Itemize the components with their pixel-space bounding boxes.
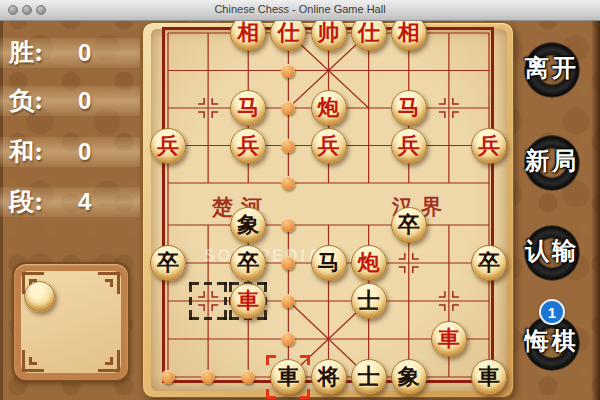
black-piece-马[interactable]: 马	[311, 245, 347, 281]
red-piece-兵[interactable]: 兵	[230, 128, 266, 164]
stat-row: 胜:0	[0, 38, 140, 68]
red-piece-車[interactable]: 車	[431, 321, 467, 357]
title-bar: Chinese Chess - Online Game Hall	[0, 0, 600, 21]
black-piece-卒[interactable]: 卒	[391, 207, 427, 243]
red-piece-马[interactable]: 马	[230, 90, 266, 126]
resign-button[interactable]: 认输	[507, 223, 597, 283]
button-label: 离开	[507, 52, 597, 84]
captured-piece	[24, 281, 55, 312]
button-label: 悔棋	[507, 325, 597, 357]
tray-ornament	[96, 348, 122, 374]
red-piece-兵[interactable]: 兵	[150, 128, 186, 164]
stat-row: 段:4	[0, 187, 140, 217]
button-label: 认输	[507, 235, 597, 267]
black-piece-士[interactable]: 士	[351, 283, 387, 319]
move-hint-dot[interactable]	[281, 64, 295, 78]
stat-value: 4	[78, 187, 91, 217]
last-move-marker	[189, 282, 227, 320]
red-piece-兵[interactable]: 兵	[471, 128, 507, 164]
stat-label: 段:	[9, 187, 43, 217]
app-window: Chinese Chess - Online Game Hall 胜:0负:0和…	[0, 0, 600, 400]
selected-square-marker	[266, 355, 310, 399]
stat-value: 0	[78, 86, 91, 116]
stat-row: 负:0	[0, 86, 140, 116]
stat-label: 负:	[9, 86, 43, 116]
window-title: Chinese Chess - Online Game Hall	[0, 3, 600, 15]
red-piece-炮[interactable]: 炮	[351, 245, 387, 281]
black-piece-象[interactable]: 象	[391, 359, 427, 395]
leave-button[interactable]: 离开	[507, 40, 597, 100]
stat-row: 和:0	[0, 137, 140, 167]
black-piece-車[interactable]: 車	[471, 359, 507, 395]
red-piece-車[interactable]: 車	[230, 283, 266, 319]
xiangqi-board[interactable]: 楚河汉界SOFTPEDIA相仕帅仕相马炮马兵兵兵兵兵炮車車象卒卒卒马卒士車将士象…	[142, 22, 514, 398]
tray-ornament	[96, 270, 122, 296]
black-piece-卒[interactable]: 卒	[471, 245, 507, 281]
stat-label: 和:	[9, 137, 43, 167]
stat-value: 0	[78, 137, 91, 167]
red-piece-马[interactable]: 马	[391, 90, 427, 126]
captured-pieces-tray	[12, 262, 130, 382]
stat-label: 胜:	[9, 38, 43, 68]
stat-value: 0	[78, 38, 91, 68]
black-piece-卒[interactable]: 卒	[230, 245, 266, 281]
new-game-button[interactable]: 新局	[507, 133, 597, 193]
red-piece-兵[interactable]: 兵	[311, 128, 347, 164]
black-piece-士[interactable]: 士	[351, 359, 387, 395]
black-piece-卒[interactable]: 卒	[150, 245, 186, 281]
tray-ornament	[20, 348, 46, 374]
red-piece-兵[interactable]: 兵	[391, 128, 427, 164]
move-hint-dot[interactable]	[161, 370, 175, 384]
red-piece-炮[interactable]: 炮	[311, 90, 347, 126]
undo-count-badge: 1	[539, 299, 565, 325]
black-piece-将[interactable]: 将	[311, 359, 347, 395]
move-hint-dot[interactable]	[281, 139, 295, 153]
black-piece-象[interactable]: 象	[230, 207, 266, 243]
button-label: 新局	[507, 145, 597, 177]
